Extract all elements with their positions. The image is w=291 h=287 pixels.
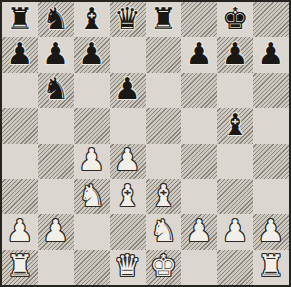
- square-g8[interactable]: ♚: [217, 2, 253, 37]
- square-g3[interactable]: [217, 179, 253, 214]
- square-a1[interactable]: ♜: [2, 250, 38, 285]
- black-pawn: ♟: [6, 39, 33, 69]
- square-g2[interactable]: ♟: [217, 214, 253, 249]
- white-bishop: ♝: [114, 181, 141, 211]
- black-pawn: ♟: [222, 39, 249, 69]
- black-bishop: ♝: [222, 110, 249, 140]
- square-a4[interactable]: [2, 144, 38, 179]
- square-b6[interactable]: ♞: [38, 73, 74, 108]
- square-h5[interactable]: [253, 108, 289, 143]
- white-bishop: ♝: [150, 181, 177, 211]
- square-c1[interactable]: [74, 250, 110, 285]
- black-pawn: ♟: [114, 74, 141, 104]
- square-b7[interactable]: ♟: [38, 37, 74, 72]
- square-a7[interactable]: ♟: [2, 37, 38, 72]
- white-king: ♚: [150, 251, 177, 281]
- black-pawn: ♟: [78, 39, 105, 69]
- square-h6[interactable]: [253, 73, 289, 108]
- square-g6[interactable]: [217, 73, 253, 108]
- square-b2[interactable]: ♟: [38, 214, 74, 249]
- square-d3[interactable]: ♝: [110, 179, 146, 214]
- square-d4[interactable]: ♟: [110, 144, 146, 179]
- square-d6[interactable]: ♟: [110, 73, 146, 108]
- square-d2[interactable]: [110, 214, 146, 249]
- square-e1[interactable]: ♚: [146, 250, 182, 285]
- square-f4[interactable]: [181, 144, 217, 179]
- square-d8[interactable]: ♛: [110, 2, 146, 37]
- square-c4[interactable]: ♟: [74, 144, 110, 179]
- black-rook: ♜: [6, 4, 33, 34]
- square-f3[interactable]: [181, 179, 217, 214]
- white-knight: ♞: [78, 181, 105, 211]
- square-d7[interactable]: [110, 37, 146, 72]
- black-king: ♚: [222, 4, 249, 34]
- square-c3[interactable]: ♞: [74, 179, 110, 214]
- white-pawn: ♟: [78, 145, 105, 175]
- square-d5[interactable]: [110, 108, 146, 143]
- black-pawn: ♟: [186, 39, 213, 69]
- chess-board-frame: ♜♞♝♛♜♚♟♟♟♟♟♟♞♟♝♟♟♞♝♝♟♟♞♟♟♟♜♛♚♜: [0, 0, 291, 287]
- square-c5[interactable]: [74, 108, 110, 143]
- white-rook: ♜: [258, 251, 285, 281]
- white-pawn: ♟: [6, 216, 33, 246]
- square-e7[interactable]: [146, 37, 182, 72]
- square-c2[interactable]: [74, 214, 110, 249]
- square-c6[interactable]: [74, 73, 110, 108]
- square-a6[interactable]: [2, 73, 38, 108]
- black-rook: ♜: [150, 4, 177, 34]
- square-f8[interactable]: [181, 2, 217, 37]
- square-d1[interactable]: ♛: [110, 250, 146, 285]
- square-b1[interactable]: [38, 250, 74, 285]
- square-e2[interactable]: ♞: [146, 214, 182, 249]
- white-pawn: ♟: [114, 145, 141, 175]
- square-e3[interactable]: ♝: [146, 179, 182, 214]
- white-pawn: ♟: [258, 216, 285, 246]
- square-f5[interactable]: [181, 108, 217, 143]
- square-a8[interactable]: ♜: [2, 2, 38, 37]
- square-g7[interactable]: ♟: [217, 37, 253, 72]
- white-pawn: ♟: [42, 216, 69, 246]
- square-g4[interactable]: [217, 144, 253, 179]
- square-b3[interactable]: [38, 179, 74, 214]
- black-pawn: ♟: [42, 39, 69, 69]
- square-e8[interactable]: ♜: [146, 2, 182, 37]
- square-g5[interactable]: ♝: [217, 108, 253, 143]
- white-rook: ♜: [6, 251, 33, 281]
- black-knight: ♞: [42, 4, 69, 34]
- square-f1[interactable]: [181, 250, 217, 285]
- square-e5[interactable]: [146, 108, 182, 143]
- square-e6[interactable]: [146, 73, 182, 108]
- square-c7[interactable]: ♟: [74, 37, 110, 72]
- square-a2[interactable]: ♟: [2, 214, 38, 249]
- square-e4[interactable]: [146, 144, 182, 179]
- white-queen: ♛: [114, 251, 141, 281]
- square-h4[interactable]: [253, 144, 289, 179]
- white-pawn: ♟: [222, 216, 249, 246]
- black-queen: ♛: [114, 4, 141, 34]
- black-bishop: ♝: [78, 4, 105, 34]
- square-f6[interactable]: [181, 73, 217, 108]
- square-h2[interactable]: ♟: [253, 214, 289, 249]
- white-pawn: ♟: [186, 216, 213, 246]
- chess-board: ♜♞♝♛♜♚♟♟♟♟♟♟♞♟♝♟♟♞♝♝♟♟♞♟♟♟♜♛♚♜: [2, 2, 289, 285]
- square-f2[interactable]: ♟: [181, 214, 217, 249]
- square-b5[interactable]: [38, 108, 74, 143]
- black-pawn: ♟: [258, 39, 285, 69]
- square-h8[interactable]: [253, 2, 289, 37]
- square-b8[interactable]: ♞: [38, 2, 74, 37]
- square-g1[interactable]: [217, 250, 253, 285]
- square-a5[interactable]: [2, 108, 38, 143]
- black-knight: ♞: [42, 74, 69, 104]
- square-b4[interactable]: [38, 144, 74, 179]
- white-knight: ♞: [150, 216, 177, 246]
- square-h3[interactable]: [253, 179, 289, 214]
- square-f7[interactable]: ♟: [181, 37, 217, 72]
- square-h1[interactable]: ♜: [253, 250, 289, 285]
- square-a3[interactable]: [2, 179, 38, 214]
- square-c8[interactable]: ♝: [74, 2, 110, 37]
- square-h7[interactable]: ♟: [253, 37, 289, 72]
